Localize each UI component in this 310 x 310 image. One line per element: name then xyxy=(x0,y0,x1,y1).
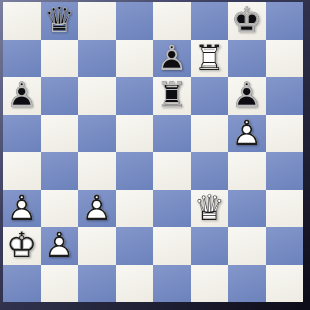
square-d2[interactable] xyxy=(116,227,154,265)
piece-white-queen[interactable]: ♛♕ xyxy=(191,190,229,228)
square-f1[interactable] xyxy=(191,265,229,303)
piece-white-pawn[interactable]: ♟♙ xyxy=(3,190,41,228)
piece-outline-layer: ♙ xyxy=(3,77,41,115)
square-h1[interactable] xyxy=(266,265,304,303)
square-h8[interactable] xyxy=(266,2,304,40)
square-e2[interactable] xyxy=(153,227,191,265)
square-a4[interactable] xyxy=(3,152,41,190)
square-a3[interactable]: ♟♙ xyxy=(3,190,41,228)
square-c1[interactable] xyxy=(78,265,116,303)
square-e1[interactable] xyxy=(153,265,191,303)
piece-outline-layer: ♕ xyxy=(41,2,79,40)
square-d6[interactable] xyxy=(116,77,154,115)
square-a5[interactable] xyxy=(3,115,41,153)
square-f5[interactable] xyxy=(191,115,229,153)
square-g8[interactable]: ♚♔ xyxy=(228,2,266,40)
square-c4[interactable] xyxy=(78,152,116,190)
square-g5[interactable]: ♟♙ xyxy=(228,115,266,153)
piece-black-queen[interactable]: ♛♕ xyxy=(41,2,79,40)
piece-outline-layer: ♕ xyxy=(191,190,229,228)
square-b8[interactable]: ♛♕ xyxy=(41,2,79,40)
square-a8[interactable] xyxy=(3,2,41,40)
square-c5[interactable] xyxy=(78,115,116,153)
square-a7[interactable] xyxy=(3,40,41,78)
square-d4[interactable] xyxy=(116,152,154,190)
square-h6[interactable] xyxy=(266,77,304,115)
chess-board: ♛♕♚♔♟♙♜♖♟♙♜♖♟♙♟♙♟♙♟♙♛♕♚♔♟♙ xyxy=(3,2,303,302)
square-b4[interactable] xyxy=(41,152,79,190)
square-d8[interactable] xyxy=(116,2,154,40)
square-c3[interactable]: ♟♙ xyxy=(78,190,116,228)
square-h2[interactable] xyxy=(266,227,304,265)
square-e8[interactable] xyxy=(153,2,191,40)
square-f8[interactable] xyxy=(191,2,229,40)
square-b7[interactable] xyxy=(41,40,79,78)
square-a1[interactable] xyxy=(3,265,41,303)
piece-black-pawn[interactable]: ♟♙ xyxy=(228,77,266,115)
piece-outline-layer: ♙ xyxy=(41,227,79,265)
square-e7[interactable]: ♟♙ xyxy=(153,40,191,78)
square-g7[interactable] xyxy=(228,40,266,78)
square-f2[interactable] xyxy=(191,227,229,265)
square-a2[interactable]: ♚♔ xyxy=(3,227,41,265)
square-d5[interactable] xyxy=(116,115,154,153)
square-g6[interactable]: ♟♙ xyxy=(228,77,266,115)
square-f4[interactable] xyxy=(191,152,229,190)
square-f7[interactable]: ♜♖ xyxy=(191,40,229,78)
piece-white-pawn[interactable]: ♟♙ xyxy=(228,115,266,153)
piece-black-pawn[interactable]: ♟♙ xyxy=(153,40,191,78)
square-e3[interactable] xyxy=(153,190,191,228)
square-c6[interactable] xyxy=(78,77,116,115)
square-b2[interactable]: ♟♙ xyxy=(41,227,79,265)
square-e5[interactable] xyxy=(153,115,191,153)
piece-outline-layer: ♖ xyxy=(191,40,229,78)
square-b1[interactable] xyxy=(41,265,79,303)
square-b6[interactable] xyxy=(41,77,79,115)
piece-outline-layer: ♙ xyxy=(153,40,191,78)
piece-white-pawn[interactable]: ♟♙ xyxy=(41,227,79,265)
piece-outline-layer: ♔ xyxy=(3,227,41,265)
square-e6[interactable]: ♜♖ xyxy=(153,77,191,115)
square-h7[interactable] xyxy=(266,40,304,78)
piece-outline-layer: ♙ xyxy=(228,115,266,153)
square-a6[interactable]: ♟♙ xyxy=(3,77,41,115)
square-c7[interactable] xyxy=(78,40,116,78)
square-f3[interactable]: ♛♕ xyxy=(191,190,229,228)
piece-outline-layer: ♙ xyxy=(3,190,41,228)
square-h5[interactable] xyxy=(266,115,304,153)
square-e4[interactable] xyxy=(153,152,191,190)
square-d1[interactable] xyxy=(116,265,154,303)
piece-white-pawn[interactable]: ♟♙ xyxy=(78,190,116,228)
square-f6[interactable] xyxy=(191,77,229,115)
piece-outline-layer: ♔ xyxy=(228,2,266,40)
piece-outline-layer: ♖ xyxy=(153,77,191,115)
square-b3[interactable] xyxy=(41,190,79,228)
square-d7[interactable] xyxy=(116,40,154,78)
square-h3[interactable] xyxy=(266,190,304,228)
square-c8[interactable] xyxy=(78,2,116,40)
piece-white-king[interactable]: ♚♔ xyxy=(3,227,41,265)
piece-outline-layer: ♙ xyxy=(78,190,116,228)
square-g3[interactable] xyxy=(228,190,266,228)
piece-white-rook[interactable]: ♜♖ xyxy=(191,40,229,78)
piece-black-pawn[interactable]: ♟♙ xyxy=(3,77,41,115)
square-b5[interactable] xyxy=(41,115,79,153)
square-g2[interactable] xyxy=(228,227,266,265)
square-g4[interactable] xyxy=(228,152,266,190)
piece-black-rook[interactable]: ♜♖ xyxy=(153,77,191,115)
piece-outline-layer: ♙ xyxy=(228,77,266,115)
square-d3[interactable] xyxy=(116,190,154,228)
square-g1[interactable] xyxy=(228,265,266,303)
square-c2[interactable] xyxy=(78,227,116,265)
chess-board-frame: ♛♕♚♔♟♙♜♖♟♙♜♖♟♙♟♙♟♙♟♙♛♕♚♔♟♙ xyxy=(0,0,310,310)
piece-black-king[interactable]: ♚♔ xyxy=(228,2,266,40)
square-h4[interactable] xyxy=(266,152,304,190)
